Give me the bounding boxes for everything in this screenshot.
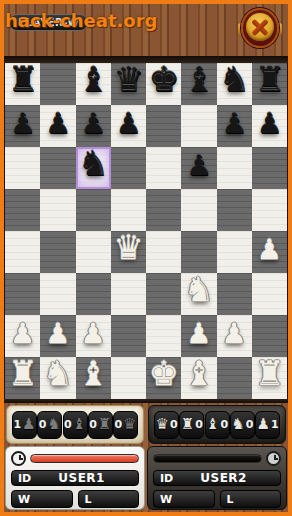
square-g4[interactable] <box>217 231 252 273</box>
square-h1[interactable]: ♜ <box>252 357 287 399</box>
white-pawn-c2[interactable]: ♟ <box>81 320 106 348</box>
top-bar: PLAYER-W hack-cheat.org <box>4 4 288 56</box>
clock-icon <box>266 451 281 466</box>
white-pawn-f2[interactable]: ♟ <box>186 320 211 348</box>
black-pawn-c7[interactable]: ♟ <box>81 110 106 138</box>
square-h3[interactable] <box>252 273 287 315</box>
black-rook-a8[interactable]: ♜ <box>7 62 37 96</box>
black-bishop-f8[interactable]: ♝ <box>184 62 214 96</box>
capture-count: 1 <box>13 418 21 431</box>
capture-count-chip: 0♝ <box>63 411 88 439</box>
square-d8[interactable]: ♛ <box>111 63 146 105</box>
white-knight-b1[interactable]: ♞ <box>43 356 73 390</box>
capture-count-chip: ♟1 <box>255 411 280 439</box>
clock-icon <box>11 451 26 466</box>
close-button[interactable] <box>238 7 282 51</box>
player2-id-label: ID <box>160 472 173 485</box>
square-e4[interactable] <box>146 231 181 273</box>
square-c1[interactable]: ♝ <box>76 357 111 399</box>
capture-count: 0 <box>220 418 228 431</box>
square-d2[interactable] <box>111 315 146 357</box>
square-a2[interactable]: ♟ <box>5 315 40 357</box>
white-pawn-a2[interactable]: ♟ <box>10 320 35 348</box>
captured-piece-icon: ♜ <box>181 417 194 432</box>
white-pawn-b2[interactable]: ♟ <box>45 320 70 348</box>
player2-record-row: W L <box>153 490 281 508</box>
player1-losses-pill: L <box>78 490 140 508</box>
square-d1[interactable] <box>111 357 146 399</box>
player1-id-pill: ID USER1 <box>11 470 139 486</box>
black-pawn-h7[interactable]: ♟ <box>257 110 282 138</box>
black-knight-g8[interactable]: ♞ <box>219 62 249 96</box>
chess-board: ♜♝♛♚♝♞♜♟♟♟♟♟♟♞♟♛♟♞♟♟♟♟♟♜♞♝♚♝♜ <box>4 63 288 399</box>
square-e6[interactable] <box>146 147 181 189</box>
square-b5[interactable] <box>40 189 75 231</box>
square-c2[interactable]: ♟ <box>76 315 111 357</box>
player2-timer-bar <box>153 454 262 463</box>
square-f6[interactable]: ♟ <box>181 147 216 189</box>
white-rook-h1[interactable]: ♜ <box>254 356 284 390</box>
capture-count-chip: 0♜ <box>88 411 113 439</box>
player2-card: ID USER2 W L <box>147 446 287 510</box>
square-g1[interactable] <box>217 357 252 399</box>
captured-piece-icon: ♜ <box>98 417 111 432</box>
capture-count: 0 <box>195 418 203 431</box>
square-a6[interactable] <box>5 147 40 189</box>
captured-piece-icon: ♛ <box>123 417 136 432</box>
capture-count-chip: 1♟ <box>12 411 37 439</box>
capture-count: 0 <box>39 418 47 431</box>
square-g2[interactable]: ♟ <box>217 315 252 357</box>
player1-timer-row <box>11 451 139 466</box>
capture-count-chip: 0♛ <box>113 411 138 439</box>
chess-board-frame: ♜♝♛♚♝♞♜♟♟♟♟♟♟♞♟♛♟♞♟♟♟♟♟♜♞♝♚♝♜ <box>4 56 288 403</box>
captured-white-pieces-tray: ♛0♜0♝0♞0♟1 <box>148 405 286 444</box>
square-h4[interactable]: ♟ <box>252 231 287 273</box>
square-f4[interactable] <box>181 231 216 273</box>
white-king-e1[interactable]: ♚ <box>148 356 178 390</box>
player-panels-row: ID USER1 W L ID USER2 W L <box>4 446 288 510</box>
player1-wins-pill: W <box>11 490 73 508</box>
square-h5[interactable] <box>252 189 287 231</box>
watermark-text: hack-cheat.org <box>5 10 235 31</box>
white-bishop-c1[interactable]: ♝ <box>78 356 108 390</box>
square-e1[interactable]: ♚ <box>146 357 181 399</box>
square-e7[interactable] <box>146 105 181 147</box>
white-rook-a1[interactable]: ♜ <box>7 356 37 390</box>
square-h8[interactable]: ♜ <box>252 63 287 105</box>
capture-count: 0 <box>170 418 178 431</box>
white-pawn-h4[interactable]: ♟ <box>257 236 282 264</box>
square-f3[interactable]: ♞ <box>181 273 216 315</box>
black-pawn-d7[interactable]: ♟ <box>116 110 141 138</box>
square-e2[interactable] <box>146 315 181 357</box>
square-b6[interactable] <box>40 147 75 189</box>
capture-count: 1 <box>271 418 279 431</box>
black-pawn-g7[interactable]: ♟ <box>222 110 247 138</box>
black-queen-d8[interactable]: ♛ <box>113 62 143 96</box>
square-e8[interactable]: ♚ <box>146 63 181 105</box>
captured-piece-icon: ♟ <box>256 417 269 432</box>
square-b8[interactable] <box>40 63 75 105</box>
white-bishop-f1[interactable]: ♝ <box>184 356 214 390</box>
square-h6[interactable] <box>252 147 287 189</box>
captured-piece-icon: ♞ <box>231 417 244 432</box>
black-knight-c6[interactable]: ♞ <box>78 146 108 180</box>
capture-count: 0 <box>246 418 254 431</box>
square-b3[interactable] <box>40 273 75 315</box>
square-b2[interactable]: ♟ <box>40 315 75 357</box>
square-f1[interactable]: ♝ <box>181 357 216 399</box>
square-f5[interactable] <box>181 189 216 231</box>
square-c8[interactable]: ♝ <box>76 63 111 105</box>
captured-piece-icon: ♝ <box>73 417 86 432</box>
square-g6[interactable] <box>217 147 252 189</box>
square-a1[interactable]: ♜ <box>5 357 40 399</box>
square-a8[interactable]: ♜ <box>5 63 40 105</box>
square-d6[interactable] <box>111 147 146 189</box>
black-bishop-c8[interactable]: ♝ <box>78 62 108 96</box>
capture-count-chip: ♛0 <box>154 411 179 439</box>
white-queen-d4[interactable]: ♛ <box>113 230 143 264</box>
player2-wins-pill: W <box>153 490 215 508</box>
square-g3[interactable] <box>217 273 252 315</box>
square-a3[interactable] <box>5 273 40 315</box>
player2-timer-row <box>153 451 281 466</box>
square-d3[interactable] <box>111 273 146 315</box>
black-king-e8[interactable]: ♚ <box>148 62 178 96</box>
captured-black-pieces-tray: 1♟0♞0♝0♜0♛ <box>6 405 144 444</box>
square-h7[interactable]: ♟ <box>252 105 287 147</box>
capture-count-chip: ♜0 <box>179 411 204 439</box>
black-pawn-a7[interactable]: ♟ <box>10 110 35 138</box>
square-c7[interactable]: ♟ <box>76 105 111 147</box>
square-c3[interactable] <box>76 273 111 315</box>
square-b4[interactable] <box>40 231 75 273</box>
square-d5[interactable] <box>111 189 146 231</box>
square-b7[interactable]: ♟ <box>40 105 75 147</box>
square-h2[interactable] <box>252 315 287 357</box>
black-pawn-b7[interactable]: ♟ <box>45 110 70 138</box>
square-b1[interactable]: ♞ <box>40 357 75 399</box>
square-d7[interactable]: ♟ <box>111 105 146 147</box>
square-g5[interactable] <box>217 189 252 231</box>
player1-record-row: W L <box>11 490 139 508</box>
square-c5[interactable] <box>76 189 111 231</box>
player1-id-label: ID <box>18 472 31 485</box>
capture-count-chip: 0♞ <box>37 411 62 439</box>
square-g7[interactable]: ♟ <box>217 105 252 147</box>
player1-timer-bar <box>30 454 139 463</box>
square-a7[interactable]: ♟ <box>5 105 40 147</box>
player2-id-pill: ID USER2 <box>153 470 281 486</box>
capture-count: 0 <box>114 418 122 431</box>
capture-count: 0 <box>64 418 72 431</box>
player2-losses-pill: L <box>220 490 282 508</box>
captured-piece-icon: ♞ <box>47 417 60 432</box>
black-pawn-f6[interactable]: ♟ <box>186 152 211 180</box>
captured-piece-icon: ♝ <box>206 417 219 432</box>
close-icon <box>246 13 274 41</box>
square-f8[interactable]: ♝ <box>181 63 216 105</box>
capture-count-chip: ♝0 <box>205 411 230 439</box>
white-pawn-g2[interactable]: ♟ <box>222 320 247 348</box>
capture-count-chip: ♞0 <box>230 411 255 439</box>
captured-piece-icon: ♛ <box>155 417 168 432</box>
chess-app-screen: PLAYER-W hack-cheat.org ♜♝♛♚♝♞♜♟♟♟♟♟♟♞♟♛… <box>0 0 292 516</box>
square-c4[interactable] <box>76 231 111 273</box>
player2-name: USER2 <box>173 471 274 485</box>
capture-tray-row: 1♟0♞0♝0♜0♛ ♛0♜0♝0♞0♟1 <box>4 403 288 446</box>
black-rook-h8[interactable]: ♜ <box>254 62 284 96</box>
square-g8[interactable]: ♞ <box>217 63 252 105</box>
square-d4[interactable]: ♛ <box>111 231 146 273</box>
white-knight-f3[interactable]: ♞ <box>184 272 214 306</box>
square-f7[interactable] <box>181 105 216 147</box>
square-e5[interactable] <box>146 189 181 231</box>
player1-name: USER1 <box>31 471 132 485</box>
square-f2[interactable]: ♟ <box>181 315 216 357</box>
square-e3[interactable] <box>146 273 181 315</box>
capture-count: 0 <box>89 418 97 431</box>
square-a4[interactable] <box>5 231 40 273</box>
square-c6[interactable]: ♞ <box>76 147 111 189</box>
captured-piece-icon: ♟ <box>22 417 35 432</box>
player1-card: ID USER1 W L <box>5 446 145 510</box>
square-a5[interactable] <box>5 189 40 231</box>
